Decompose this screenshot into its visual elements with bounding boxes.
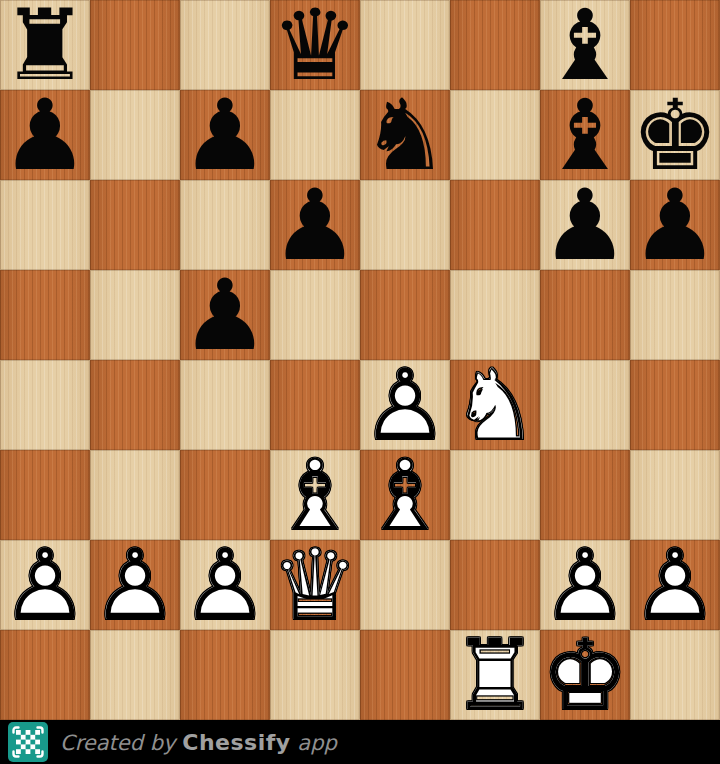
square-h8[interactable] <box>630 0 720 90</box>
square-f5[interactable] <box>450 270 540 360</box>
white-pawn-outline: ♙ <box>0 540 90 630</box>
black-pawn: ♟ <box>630 180 720 270</box>
square-b5[interactable] <box>90 270 180 360</box>
white-pawn: ♟ <box>540 540 630 630</box>
square-c4[interactable] <box>180 360 270 450</box>
square-e5[interactable] <box>360 270 450 360</box>
square-c5[interactable]: ♟ <box>180 270 270 360</box>
square-b3[interactable] <box>90 450 180 540</box>
square-e2[interactable] <box>360 540 450 630</box>
white-bishop: ♝ <box>360 450 450 540</box>
white-pawn: ♟ <box>90 540 180 630</box>
square-f1[interactable]: ♜♖ <box>450 630 540 720</box>
square-a4[interactable] <box>0 360 90 450</box>
square-b7[interactable] <box>90 90 180 180</box>
white-pawn: ♟ <box>180 540 270 630</box>
square-c7[interactable]: ♟ <box>180 90 270 180</box>
square-g6[interactable]: ♟ <box>540 180 630 270</box>
black-pawn: ♟ <box>180 270 270 360</box>
square-a6[interactable] <box>0 180 90 270</box>
square-a5[interactable] <box>0 270 90 360</box>
white-pawn-outline: ♙ <box>180 540 270 630</box>
white-pawn-outline: ♙ <box>90 540 180 630</box>
square-d2[interactable]: ♛♕ <box>270 540 360 630</box>
app-label: app <box>297 731 337 755</box>
square-d8[interactable]: ♛ <box>270 0 360 90</box>
white-bishop: ♝ <box>270 450 360 540</box>
square-f2[interactable] <box>450 540 540 630</box>
black-pawn: ♟ <box>0 90 90 180</box>
square-e1[interactable] <box>360 630 450 720</box>
square-c2[interactable]: ♟♙ <box>180 540 270 630</box>
square-g1[interactable]: ♚♔ <box>540 630 630 720</box>
white-king-outline: ♔ <box>540 630 630 720</box>
square-h4[interactable] <box>630 360 720 450</box>
white-pawn: ♟ <box>0 540 90 630</box>
white-knight-outline: ♘ <box>450 360 540 450</box>
square-e3[interactable]: ♝♗ <box>360 450 450 540</box>
black-pawn: ♟ <box>180 90 270 180</box>
white-rook-outline: ♖ <box>450 630 540 720</box>
square-g8[interactable]: ♝ <box>540 0 630 90</box>
square-e8[interactable] <box>360 0 450 90</box>
white-rook: ♜ <box>450 630 540 720</box>
created-by-label: Created by <box>60 731 176 755</box>
square-h1[interactable] <box>630 630 720 720</box>
square-g2[interactable]: ♟♙ <box>540 540 630 630</box>
white-king: ♚ <box>540 630 630 720</box>
black-bishop: ♝ <box>540 90 630 180</box>
square-d7[interactable] <box>270 90 360 180</box>
square-h7[interactable]: ♚ <box>630 90 720 180</box>
chess-board: ♜♛♝♟♟♞♝♚♟♟♟♟♟♙♞♘♝♗♝♗♟♙♟♙♟♙♛♕♟♙♟♙♜♖♚♔ <box>0 0 720 720</box>
white-knight: ♞ <box>450 360 540 450</box>
white-queen: ♛ <box>270 540 360 630</box>
square-a2[interactable]: ♟♙ <box>0 540 90 630</box>
black-rook: ♜ <box>0 0 90 90</box>
square-g5[interactable] <box>540 270 630 360</box>
black-knight: ♞ <box>360 90 450 180</box>
square-h5[interactable] <box>630 270 720 360</box>
black-pawn: ♟ <box>270 180 360 270</box>
square-a3[interactable] <box>0 450 90 540</box>
square-f6[interactable] <box>450 180 540 270</box>
black-pawn: ♟ <box>540 180 630 270</box>
white-pawn-outline: ♙ <box>360 360 450 450</box>
black-bishop: ♝ <box>540 0 630 90</box>
square-c8[interactable] <box>180 0 270 90</box>
white-queen-outline: ♕ <box>270 540 360 630</box>
black-king: ♚ <box>630 90 720 180</box>
square-c6[interactable] <box>180 180 270 270</box>
square-e6[interactable] <box>360 180 450 270</box>
footer-bar: Created by Chessify app <box>0 720 720 764</box>
square-f8[interactable] <box>450 0 540 90</box>
square-g7[interactable]: ♝ <box>540 90 630 180</box>
white-pawn-outline: ♙ <box>630 540 720 630</box>
white-pawn: ♟ <box>360 360 450 450</box>
square-h6[interactable]: ♟ <box>630 180 720 270</box>
white-pawn-outline: ♙ <box>540 540 630 630</box>
square-d6[interactable]: ♟ <box>270 180 360 270</box>
brand-name: Chessify <box>182 730 290 755</box>
black-queen: ♛ <box>270 0 360 90</box>
square-c3[interactable] <box>180 450 270 540</box>
square-b2[interactable]: ♟♙ <box>90 540 180 630</box>
square-b8[interactable] <box>90 0 180 90</box>
square-g3[interactable] <box>540 450 630 540</box>
square-a7[interactable]: ♟ <box>0 90 90 180</box>
square-g4[interactable] <box>540 360 630 450</box>
square-e4[interactable]: ♟♙ <box>360 360 450 450</box>
square-b1[interactable] <box>90 630 180 720</box>
square-d3[interactable]: ♝♗ <box>270 450 360 540</box>
square-d4[interactable] <box>270 360 360 450</box>
white-bishop-outline: ♗ <box>360 450 450 540</box>
chessify-scan-board-icon <box>8 722 48 762</box>
square-f7[interactable] <box>450 90 540 180</box>
square-b4[interactable] <box>90 360 180 450</box>
square-h3[interactable] <box>630 450 720 540</box>
white-bishop-outline: ♗ <box>270 450 360 540</box>
square-f4[interactable]: ♞♘ <box>450 360 540 450</box>
square-e7[interactable]: ♞ <box>360 90 450 180</box>
square-b6[interactable] <box>90 180 180 270</box>
square-a1[interactable] <box>0 630 90 720</box>
white-pawn: ♟ <box>630 540 720 630</box>
square-f3[interactable] <box>450 450 540 540</box>
square-h2[interactable]: ♟♙ <box>630 540 720 630</box>
square-d1[interactable] <box>270 630 360 720</box>
square-a8[interactable]: ♜ <box>0 0 90 90</box>
watermark-credit: Created by Chessify app <box>60 730 337 755</box>
square-c1[interactable] <box>180 630 270 720</box>
square-d5[interactable] <box>270 270 360 360</box>
